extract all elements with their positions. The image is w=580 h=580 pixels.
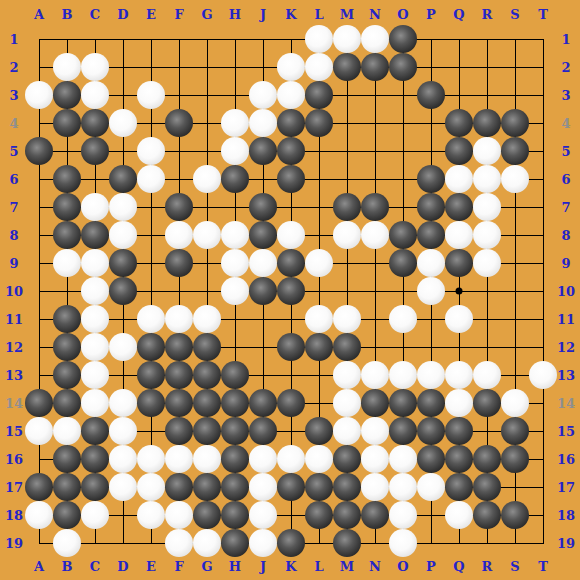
black-stone-L3[interactable] bbox=[305, 81, 333, 109]
black-stone-F15[interactable] bbox=[165, 417, 193, 445]
row-label-right-19: 19 bbox=[557, 536, 575, 551]
black-stone-B14[interactable] bbox=[53, 389, 81, 417]
row-label-right-12: 12 bbox=[557, 340, 575, 355]
white-stone-J18[interactable] bbox=[249, 501, 277, 529]
white-stone-D4[interactable] bbox=[109, 109, 137, 137]
col-label-bottom-C: C bbox=[90, 559, 100, 574]
white-stone-F19[interactable] bbox=[165, 529, 193, 557]
black-stone-L18[interactable] bbox=[305, 501, 333, 529]
row-label-left-14: 14 bbox=[5, 396, 23, 411]
black-stone-S16[interactable] bbox=[501, 445, 529, 473]
col-label-top-E: E bbox=[146, 7, 156, 22]
col-label-bottom-S: S bbox=[510, 559, 519, 574]
black-stone-B6[interactable] bbox=[53, 165, 81, 193]
black-stone-O14[interactable] bbox=[389, 389, 417, 417]
black-stone-S18[interactable] bbox=[501, 501, 529, 529]
black-stone-R14[interactable] bbox=[473, 389, 501, 417]
black-stone-Q7[interactable] bbox=[445, 193, 473, 221]
white-stone-P13[interactable] bbox=[417, 361, 445, 389]
black-stone-A5[interactable] bbox=[25, 137, 53, 165]
row-label-left-11: 11 bbox=[5, 312, 23, 327]
black-stone-K19[interactable] bbox=[277, 529, 305, 557]
white-stone-C9[interactable] bbox=[81, 249, 109, 277]
row-label-left-5: 5 bbox=[9, 144, 18, 159]
black-stone-Q15[interactable] bbox=[445, 417, 473, 445]
col-label-top-H: H bbox=[229, 7, 241, 22]
black-stone-B16[interactable] bbox=[53, 445, 81, 473]
black-stone-C16[interactable] bbox=[81, 445, 109, 473]
col-label-bottom-F: F bbox=[174, 559, 183, 574]
white-stone-T13[interactable] bbox=[529, 361, 557, 389]
white-stone-C7[interactable] bbox=[81, 193, 109, 221]
row-label-right-5: 5 bbox=[561, 144, 570, 159]
white-stone-M15[interactable] bbox=[333, 417, 361, 445]
black-stone-E12[interactable] bbox=[137, 333, 165, 361]
black-stone-F9[interactable] bbox=[165, 249, 193, 277]
white-stone-P9[interactable] bbox=[417, 249, 445, 277]
white-stone-Q8[interactable] bbox=[445, 221, 473, 249]
col-label-top-O: O bbox=[397, 7, 408, 22]
white-stone-B9[interactable] bbox=[53, 249, 81, 277]
row-label-left-2: 2 bbox=[9, 60, 18, 75]
black-stone-G14[interactable] bbox=[193, 389, 221, 417]
star-point-Q10 bbox=[456, 288, 463, 295]
white-stone-D8[interactable] bbox=[109, 221, 137, 249]
black-stone-K12[interactable] bbox=[277, 333, 305, 361]
white-stone-A15[interactable] bbox=[25, 417, 53, 445]
black-stone-H18[interactable] bbox=[221, 501, 249, 529]
col-label-bottom-K: K bbox=[285, 559, 296, 574]
black-stone-C17[interactable] bbox=[81, 473, 109, 501]
row-label-left-17: 17 bbox=[5, 480, 23, 495]
white-stone-O17[interactable] bbox=[389, 473, 417, 501]
black-stone-E13[interactable] bbox=[137, 361, 165, 389]
row-label-left-8: 8 bbox=[9, 228, 18, 243]
white-stone-A3[interactable] bbox=[25, 81, 53, 109]
black-stone-R17[interactable] bbox=[473, 473, 501, 501]
black-stone-P16[interactable] bbox=[417, 445, 445, 473]
row-label-right-18: 18 bbox=[557, 508, 575, 523]
black-stone-M16[interactable] bbox=[333, 445, 361, 473]
col-label-top-F: F bbox=[174, 7, 183, 22]
white-stone-E17[interactable] bbox=[137, 473, 165, 501]
white-stone-D15[interactable] bbox=[109, 417, 137, 445]
black-stone-F14[interactable] bbox=[165, 389, 193, 417]
white-stone-R6[interactable] bbox=[473, 165, 501, 193]
col-label-bottom-R: R bbox=[482, 559, 493, 574]
white-stone-E16[interactable] bbox=[137, 445, 165, 473]
col-label-bottom-E: E bbox=[146, 559, 156, 574]
black-stone-H13[interactable] bbox=[221, 361, 249, 389]
row-label-left-13: 13 bbox=[5, 368, 23, 383]
row-label-right-3: 3 bbox=[561, 88, 570, 103]
col-label-top-R: R bbox=[482, 7, 493, 22]
white-stone-N16[interactable] bbox=[361, 445, 389, 473]
black-stone-D9[interactable] bbox=[109, 249, 137, 277]
white-stone-Q18[interactable] bbox=[445, 501, 473, 529]
black-stone-B3[interactable] bbox=[53, 81, 81, 109]
col-label-bottom-L: L bbox=[314, 559, 323, 574]
col-label-top-Q: Q bbox=[453, 7, 464, 22]
black-stone-O8[interactable] bbox=[389, 221, 417, 249]
col-label-bottom-M: M bbox=[340, 559, 354, 574]
black-stone-L12[interactable] bbox=[305, 333, 333, 361]
row-label-left-10: 10 bbox=[5, 284, 23, 299]
black-stone-P3[interactable] bbox=[417, 81, 445, 109]
white-stone-P17[interactable] bbox=[417, 473, 445, 501]
white-stone-R5[interactable] bbox=[473, 137, 501, 165]
row-label-right-1: 1 bbox=[561, 32, 570, 47]
row-label-right-8: 8 bbox=[561, 228, 570, 243]
row-label-left-9: 9 bbox=[9, 256, 18, 271]
white-stone-J3[interactable] bbox=[249, 81, 277, 109]
col-label-bottom-G: G bbox=[201, 559, 212, 574]
white-stone-M11[interactable] bbox=[333, 305, 361, 333]
black-stone-K4[interactable] bbox=[277, 109, 305, 137]
row-label-right-9: 9 bbox=[561, 256, 570, 271]
white-stone-Q6[interactable] bbox=[445, 165, 473, 193]
black-stone-S5[interactable] bbox=[501, 137, 529, 165]
black-stone-M17[interactable] bbox=[333, 473, 361, 501]
row-label-left-19: 19 bbox=[5, 536, 23, 551]
black-stone-F13[interactable] bbox=[165, 361, 193, 389]
white-stone-H4[interactable] bbox=[221, 109, 249, 137]
col-label-top-A: A bbox=[34, 7, 44, 22]
white-stone-E3[interactable] bbox=[137, 81, 165, 109]
col-label-top-J: J bbox=[260, 7, 266, 22]
white-stone-C3[interactable] bbox=[81, 81, 109, 109]
black-stone-G12[interactable] bbox=[193, 333, 221, 361]
black-stone-N14[interactable] bbox=[361, 389, 389, 417]
white-stone-G6[interactable] bbox=[193, 165, 221, 193]
white-stone-N13[interactable] bbox=[361, 361, 389, 389]
white-stone-J19[interactable] bbox=[249, 529, 277, 557]
white-stone-G16[interactable] bbox=[193, 445, 221, 473]
black-stone-Q9[interactable] bbox=[445, 249, 473, 277]
black-stone-P15[interactable] bbox=[417, 417, 445, 445]
col-label-bottom-P: P bbox=[426, 559, 436, 574]
black-stone-M7[interactable] bbox=[333, 193, 361, 221]
white-stone-O13[interactable] bbox=[389, 361, 417, 389]
col-label-top-K: K bbox=[285, 7, 296, 22]
white-stone-H5[interactable] bbox=[221, 137, 249, 165]
white-stone-F11[interactable] bbox=[165, 305, 193, 333]
white-stone-D14[interactable] bbox=[109, 389, 137, 417]
white-stone-M1[interactable] bbox=[333, 25, 361, 53]
black-stone-P8[interactable] bbox=[417, 221, 445, 249]
black-stone-M2[interactable] bbox=[333, 53, 361, 81]
black-stone-G18[interactable] bbox=[193, 501, 221, 529]
white-stone-C18[interactable] bbox=[81, 501, 109, 529]
white-stone-J4[interactable] bbox=[249, 109, 277, 137]
white-stone-N8[interactable] bbox=[361, 221, 389, 249]
col-label-bottom-J: J bbox=[260, 559, 266, 574]
white-stone-A18[interactable] bbox=[25, 501, 53, 529]
white-stone-Q11[interactable] bbox=[445, 305, 473, 333]
white-stone-D7[interactable] bbox=[109, 193, 137, 221]
white-stone-O19[interactable] bbox=[389, 529, 417, 557]
col-label-bottom-B: B bbox=[62, 559, 73, 574]
white-stone-M8[interactable] bbox=[333, 221, 361, 249]
white-stone-K3[interactable] bbox=[277, 81, 305, 109]
white-stone-H10[interactable] bbox=[221, 277, 249, 305]
white-stone-B19[interactable] bbox=[53, 529, 81, 557]
black-stone-C8[interactable] bbox=[81, 221, 109, 249]
row-label-right-10: 10 bbox=[557, 284, 575, 299]
black-stone-F12[interactable] bbox=[165, 333, 193, 361]
white-stone-R8[interactable] bbox=[473, 221, 501, 249]
col-label-bottom-A: A bbox=[34, 559, 44, 574]
black-stone-M18[interactable] bbox=[333, 501, 361, 529]
white-stone-H9[interactable] bbox=[221, 249, 249, 277]
black-stone-B4[interactable] bbox=[53, 109, 81, 137]
white-stone-E6[interactable] bbox=[137, 165, 165, 193]
col-label-top-B: B bbox=[62, 7, 73, 22]
black-stone-Q17[interactable] bbox=[445, 473, 473, 501]
row-label-left-1: 1 bbox=[9, 32, 18, 47]
black-stone-Q16[interactable] bbox=[445, 445, 473, 473]
col-label-bottom-D: D bbox=[117, 559, 128, 574]
black-stone-B8[interactable] bbox=[53, 221, 81, 249]
row-label-right-7: 7 bbox=[561, 200, 570, 215]
col-label-top-C: C bbox=[90, 7, 100, 22]
black-stone-J7[interactable] bbox=[249, 193, 277, 221]
row-label-left-15: 15 bbox=[5, 424, 23, 439]
black-stone-A17[interactable] bbox=[25, 473, 53, 501]
black-stone-H17[interactable] bbox=[221, 473, 249, 501]
row-label-left-12: 12 bbox=[5, 340, 23, 355]
white-stone-S14[interactable] bbox=[501, 389, 529, 417]
black-stone-J8[interactable] bbox=[249, 221, 277, 249]
black-stone-L15[interactable] bbox=[305, 417, 333, 445]
black-stone-H15[interactable] bbox=[221, 417, 249, 445]
black-stone-B12[interactable] bbox=[53, 333, 81, 361]
white-stone-E11[interactable] bbox=[137, 305, 165, 333]
white-stone-L11[interactable] bbox=[305, 305, 333, 333]
white-stone-N15[interactable] bbox=[361, 417, 389, 445]
white-stone-B15[interactable] bbox=[53, 417, 81, 445]
white-stone-G11[interactable] bbox=[193, 305, 221, 333]
row-label-right-17: 17 bbox=[557, 480, 575, 495]
black-stone-H14[interactable] bbox=[221, 389, 249, 417]
white-stone-R7[interactable] bbox=[473, 193, 501, 221]
black-stone-P6[interactable] bbox=[417, 165, 445, 193]
white-stone-K8[interactable] bbox=[277, 221, 305, 249]
black-stone-J5[interactable] bbox=[249, 137, 277, 165]
white-stone-J17[interactable] bbox=[249, 473, 277, 501]
black-stone-H6[interactable] bbox=[221, 165, 249, 193]
black-stone-B11[interactable] bbox=[53, 305, 81, 333]
white-stone-G19[interactable] bbox=[193, 529, 221, 557]
white-stone-J9[interactable] bbox=[249, 249, 277, 277]
black-stone-K6[interactable] bbox=[277, 165, 305, 193]
white-stone-F8[interactable] bbox=[165, 221, 193, 249]
black-stone-K5[interactable] bbox=[277, 137, 305, 165]
black-stone-G17[interactable] bbox=[193, 473, 221, 501]
black-stone-S4[interactable] bbox=[501, 109, 529, 137]
black-stone-R4[interactable] bbox=[473, 109, 501, 137]
white-stone-F16[interactable] bbox=[165, 445, 193, 473]
row-label-right-14: 14 bbox=[557, 396, 575, 411]
white-stone-M13[interactable] bbox=[333, 361, 361, 389]
white-stone-M14[interactable] bbox=[333, 389, 361, 417]
col-label-bottom-O: O bbox=[397, 559, 408, 574]
black-stone-M12[interactable] bbox=[333, 333, 361, 361]
col-label-top-S: S bbox=[510, 7, 519, 22]
black-stone-C4[interactable] bbox=[81, 109, 109, 137]
row-label-right-4: 4 bbox=[561, 116, 570, 131]
black-stone-D6[interactable] bbox=[109, 165, 137, 193]
black-stone-C5[interactable] bbox=[81, 137, 109, 165]
black-stone-R18[interactable] bbox=[473, 501, 501, 529]
black-stone-L4[interactable] bbox=[305, 109, 333, 137]
white-stone-F18[interactable] bbox=[165, 501, 193, 529]
row-label-left-18: 18 bbox=[5, 508, 23, 523]
black-stone-F17[interactable] bbox=[165, 473, 193, 501]
black-stone-H16[interactable] bbox=[221, 445, 249, 473]
white-stone-O16[interactable] bbox=[389, 445, 417, 473]
black-stone-Q4[interactable] bbox=[445, 109, 473, 137]
row-label-left-7: 7 bbox=[9, 200, 18, 215]
black-stone-K10[interactable] bbox=[277, 277, 305, 305]
white-stone-G8[interactable] bbox=[193, 221, 221, 249]
white-stone-K2[interactable] bbox=[277, 53, 305, 81]
white-stone-D12[interactable] bbox=[109, 333, 137, 361]
black-stone-D10[interactable] bbox=[109, 277, 137, 305]
col-label-top-T: T bbox=[538, 7, 548, 22]
black-stone-R16[interactable] bbox=[473, 445, 501, 473]
white-stone-O18[interactable] bbox=[389, 501, 417, 529]
black-stone-F7[interactable] bbox=[165, 193, 193, 221]
black-stone-O1[interactable] bbox=[389, 25, 417, 53]
go-board-screenshot: AABBCCDDEEFFGGHHJJKKLLMMNNOOPPQQRRSSTT11… bbox=[0, 0, 580, 580]
white-stone-L9[interactable] bbox=[305, 249, 333, 277]
white-stone-R9[interactable] bbox=[473, 249, 501, 277]
white-stone-O11[interactable] bbox=[389, 305, 417, 333]
black-stone-O9[interactable] bbox=[389, 249, 417, 277]
black-stone-N2[interactable] bbox=[361, 53, 389, 81]
col-label-bottom-T: T bbox=[538, 559, 548, 574]
black-stone-B17[interactable] bbox=[53, 473, 81, 501]
black-stone-P14[interactable] bbox=[417, 389, 445, 417]
white-stone-C11[interactable] bbox=[81, 305, 109, 333]
black-stone-M19[interactable] bbox=[333, 529, 361, 557]
row-label-right-15: 15 bbox=[557, 424, 575, 439]
black-stone-O15[interactable] bbox=[389, 417, 417, 445]
white-stone-E18[interactable] bbox=[137, 501, 165, 529]
black-stone-N7[interactable] bbox=[361, 193, 389, 221]
col-label-bottom-N: N bbox=[369, 559, 381, 574]
black-stone-S15[interactable] bbox=[501, 417, 529, 445]
white-stone-L1[interactable] bbox=[305, 25, 333, 53]
white-stone-R13[interactable] bbox=[473, 361, 501, 389]
white-stone-C10[interactable] bbox=[81, 277, 109, 305]
row-label-right-2: 2 bbox=[561, 60, 570, 75]
black-stone-H19[interactable] bbox=[221, 529, 249, 557]
white-stone-C12[interactable] bbox=[81, 333, 109, 361]
black-stone-J15[interactable] bbox=[249, 417, 277, 445]
col-label-top-D: D bbox=[117, 7, 128, 22]
row-label-right-6: 6 bbox=[561, 172, 570, 187]
white-stone-J16[interactable] bbox=[249, 445, 277, 473]
black-stone-L17[interactable] bbox=[305, 473, 333, 501]
row-label-left-4: 4 bbox=[9, 116, 18, 131]
col-label-top-N: N bbox=[369, 7, 381, 22]
white-stone-Q13[interactable] bbox=[445, 361, 473, 389]
col-label-bottom-H: H bbox=[229, 559, 241, 574]
col-label-top-G: G bbox=[201, 7, 212, 22]
white-stone-N1[interactable] bbox=[361, 25, 389, 53]
black-stone-A14[interactable] bbox=[25, 389, 53, 417]
white-stone-K16[interactable] bbox=[277, 445, 305, 473]
black-stone-F4[interactable] bbox=[165, 109, 193, 137]
white-stone-N17[interactable] bbox=[361, 473, 389, 501]
white-stone-C13[interactable] bbox=[81, 361, 109, 389]
black-stone-G15[interactable] bbox=[193, 417, 221, 445]
row-label-right-13: 13 bbox=[557, 368, 575, 383]
row-label-right-16: 16 bbox=[557, 452, 575, 467]
white-stone-P10[interactable] bbox=[417, 277, 445, 305]
white-stone-D17[interactable] bbox=[109, 473, 137, 501]
black-stone-K9[interactable] bbox=[277, 249, 305, 277]
row-label-left-16: 16 bbox=[5, 452, 23, 467]
black-stone-K14[interactable] bbox=[277, 389, 305, 417]
white-stone-B2[interactable] bbox=[53, 53, 81, 81]
row-label-left-3: 3 bbox=[9, 88, 18, 103]
black-stone-J10[interactable] bbox=[249, 277, 277, 305]
white-stone-Q14[interactable] bbox=[445, 389, 473, 417]
black-stone-G13[interactable] bbox=[193, 361, 221, 389]
black-stone-B7[interactable] bbox=[53, 193, 81, 221]
col-label-top-M: M bbox=[340, 7, 354, 22]
black-stone-N18[interactable] bbox=[361, 501, 389, 529]
white-stone-L2[interactable] bbox=[305, 53, 333, 81]
white-stone-C14[interactable] bbox=[81, 389, 109, 417]
white-stone-H8[interactable] bbox=[221, 221, 249, 249]
white-stone-E5[interactable] bbox=[137, 137, 165, 165]
black-stone-K17[interactable] bbox=[277, 473, 305, 501]
black-stone-C15[interactable] bbox=[81, 417, 109, 445]
white-stone-C2[interactable] bbox=[81, 53, 109, 81]
row-label-right-11: 11 bbox=[557, 312, 575, 327]
col-label-bottom-Q: Q bbox=[453, 559, 464, 574]
black-stone-B18[interactable] bbox=[53, 501, 81, 529]
black-stone-P7[interactable] bbox=[417, 193, 445, 221]
row-label-left-6: 6 bbox=[9, 172, 18, 187]
black-stone-B13[interactable] bbox=[53, 361, 81, 389]
col-label-top-P: P bbox=[426, 7, 436, 22]
black-stone-O2[interactable] bbox=[389, 53, 417, 81]
black-stone-Q5[interactable] bbox=[445, 137, 473, 165]
col-label-top-L: L bbox=[314, 7, 323, 22]
black-stone-E14[interactable] bbox=[137, 389, 165, 417]
white-stone-L16[interactable] bbox=[305, 445, 333, 473]
black-stone-J14[interactable] bbox=[249, 389, 277, 417]
white-stone-S6[interactable] bbox=[501, 165, 529, 193]
white-stone-D16[interactable] bbox=[109, 445, 137, 473]
